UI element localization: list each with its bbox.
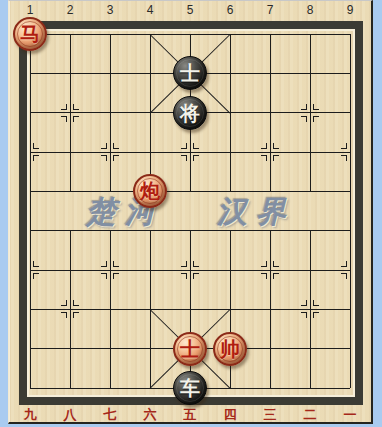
file-label-bottom-4: 六 [144,407,157,423]
piece-black-general[interactable]: 将 [173,96,207,130]
piece-glyph: 士 [180,56,200,90]
file-label-top-3: 3 [107,2,114,18]
file-label-bottom-8: 二 [304,407,317,423]
file-label-top-2: 2 [67,2,74,18]
piece-glyph: 士 [180,332,200,366]
file-label-top-5: 5 [187,2,194,18]
piece-glyph: 马 [20,17,40,51]
piece-red-horse[interactable]: 马 [13,17,47,51]
app-background: 楚河 汉界 123456789 九八七六五四三二一 马士将炮士帅车 [0,0,382,427]
piece-glyph: 炮 [140,174,160,208]
file-label-top-4: 4 [147,2,154,18]
piece-red-advisor[interactable]: 士 [173,332,207,366]
piece-red-general[interactable]: 帅 [213,332,247,366]
file-label-bottom-5: 五 [184,407,197,423]
file-label-top-9: 9 [347,2,354,18]
piece-glyph: 帅 [220,332,240,366]
piece-glyph: 车 [180,371,200,405]
file-label-top-7: 7 [267,2,274,18]
file-label-bottom-3: 七 [104,407,117,423]
file-label-top-6: 6 [227,2,234,18]
file-label-bottom-9: 一 [344,407,357,423]
file-label-bottom-1: 九 [24,407,37,423]
piece-black-chariot[interactable]: 车 [173,371,207,405]
file-label-bottom-2: 八 [64,407,77,423]
file-label-top-1: 1 [27,2,34,18]
file-label-bottom-6: 四 [224,407,237,423]
piece-glyph: 将 [180,96,200,130]
file-label-bottom-7: 三 [264,407,277,423]
file-label-top-8: 8 [307,2,314,18]
